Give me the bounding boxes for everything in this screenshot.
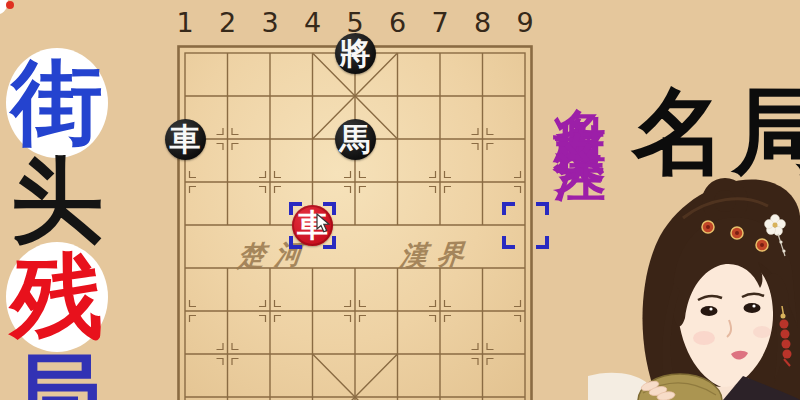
last-move-from-marker (502, 202, 549, 249)
banner-char-4: 局 (2, 346, 112, 400)
red-dot (6, 1, 14, 9)
black-horse[interactable]: 馬 (335, 119, 376, 160)
banner-char-1: 街 (2, 52, 112, 152)
board-grid[interactable]: 將車馬車 (164, 32, 547, 400)
left-title-banner: 街头残局 (2, 0, 114, 400)
mouse-cursor (316, 213, 332, 239)
banner-char-2: 头 (2, 150, 112, 250)
video-thumbnail: 街头残局 楚河 漢界 123456789 將車馬車 多谢 (0, 0, 800, 400)
banner-char-3: 残 (2, 246, 112, 346)
black-general[interactable]: 將 (335, 33, 376, 74)
black-chariot[interactable]: 車 (165, 119, 206, 160)
woman-illustration (588, 158, 800, 400)
